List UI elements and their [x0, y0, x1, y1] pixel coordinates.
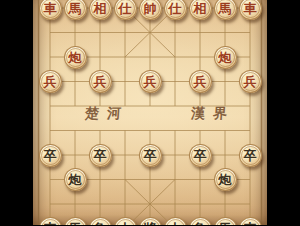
xiangqi-board[interactable]: 楚河 漢界 車馬相仕帥仕相馬車炮炮兵兵兵兵兵卒卒卒卒卒炮炮車馬象士將士象馬車 — [33, 0, 267, 225]
piece-character: 仕 — [119, 1, 132, 14]
piece-character: 仕 — [169, 1, 182, 14]
piece-red-soldier[interactable]: 兵 — [89, 70, 112, 93]
piece-character: 兵 — [144, 75, 157, 88]
piece-red-cannon[interactable]: 炮 — [64, 46, 87, 69]
piece-character: 卒 — [194, 148, 207, 161]
piece-character: 兵 — [194, 75, 207, 88]
piece-red-elephant[interactable]: 相 — [89, 0, 112, 20]
piece-character: 兵 — [244, 75, 257, 88]
piece-character: 相 — [94, 1, 107, 14]
piece-black-cannon[interactable]: 炮 — [64, 168, 87, 191]
piece-character: 車 — [244, 1, 257, 14]
piece-character: 馬 — [69, 1, 82, 14]
piece-black-soldier[interactable]: 卒 — [89, 144, 112, 167]
piece-black-soldier[interactable]: 卒 — [189, 144, 212, 167]
piece-character: 馬 — [219, 222, 232, 226]
piece-character: 車 — [44, 1, 57, 14]
piece-character: 兵 — [44, 75, 57, 88]
piece-character: 士 — [119, 222, 132, 226]
piece-character: 兵 — [94, 75, 107, 88]
xiangqi-screen: 楚河 漢界 車馬相仕帥仕相馬車炮炮兵兵兵兵兵卒卒卒卒卒炮炮車馬象士將士象馬車 — [0, 0, 300, 225]
piece-character: 將 — [144, 222, 157, 226]
piece-red-horse[interactable]: 馬 — [64, 0, 87, 20]
piece-red-soldier[interactable]: 兵 — [239, 70, 262, 93]
piece-character: 馬 — [69, 222, 82, 226]
river-label-han-jie: 漢界 — [182, 104, 243, 122]
piece-character: 卒 — [244, 148, 257, 161]
piece-red-soldier[interactable]: 兵 — [189, 70, 212, 93]
piece-red-advisor[interactable]: 仕 — [114, 0, 137, 20]
piece-character: 炮 — [69, 50, 82, 63]
piece-black-soldier[interactable]: 卒 — [39, 144, 62, 167]
piece-character: 象 — [94, 222, 107, 226]
river-label-chu-he: 楚河 — [76, 104, 137, 122]
piece-black-soldier[interactable]: 卒 — [239, 144, 262, 167]
piece-character: 卒 — [94, 148, 107, 161]
piece-red-elephant[interactable]: 相 — [189, 0, 212, 20]
piece-black-soldier[interactable]: 卒 — [139, 144, 162, 167]
piece-red-advisor[interactable]: 仕 — [164, 0, 187, 20]
piece-black-cannon[interactable]: 炮 — [214, 168, 237, 191]
piece-character: 士 — [169, 222, 182, 226]
piece-red-soldier[interactable]: 兵 — [39, 70, 62, 93]
piece-character: 炮 — [69, 173, 82, 186]
piece-character: 炮 — [219, 173, 232, 186]
piece-red-chariot[interactable]: 車 — [39, 0, 62, 20]
piece-character: 車 — [44, 222, 57, 226]
piece-red-chariot[interactable]: 車 — [239, 0, 262, 20]
piece-red-horse[interactable]: 馬 — [214, 0, 237, 20]
piece-red-soldier[interactable]: 兵 — [139, 70, 162, 93]
piece-character: 卒 — [144, 148, 157, 161]
piece-character: 卒 — [44, 148, 57, 161]
piece-red-general[interactable]: 帥 — [139, 0, 162, 20]
piece-character: 馬 — [219, 1, 232, 14]
piece-character: 帥 — [144, 1, 157, 14]
piece-character: 車 — [244, 222, 257, 226]
piece-character: 相 — [194, 1, 207, 14]
piece-red-cannon[interactable]: 炮 — [214, 46, 237, 69]
piece-character: 炮 — [219, 50, 232, 63]
piece-character: 象 — [194, 222, 207, 226]
